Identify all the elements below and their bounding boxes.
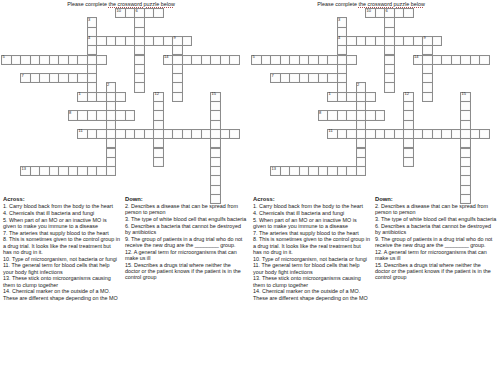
clue-text: 13. These stick onto microorganisms caus… (253, 275, 371, 287)
clue-text: 7. The arteries that supply blood to the… (3, 230, 121, 236)
grid-cell[interactable] (77, 55, 88, 65)
grid-cell[interactable] (77, 73, 88, 83)
clue-text: 8. This is sometimes given to the contro… (253, 236, 371, 255)
crossword-grid: 106349514721121581113 (1, 8, 241, 205)
clue-number: 13 (272, 167, 276, 172)
grid-cell[interactable] (403, 157, 414, 167)
grid-cell[interactable] (356, 166, 367, 176)
grid-cell[interactable] (229, 55, 240, 65)
clue-text: 2. Describes a disease that can be sprea… (375, 203, 497, 215)
clue-text: 9. The group of patients in a drug trial… (375, 236, 497, 248)
across-clue-list: 1. Carry blood back from the body to the… (253, 203, 371, 301)
clue-text: 11. The general term for blood cells tha… (3, 262, 121, 274)
grid-cell[interactable] (394, 129, 405, 139)
clue-number: 6 (386, 9, 388, 14)
clue-number: 8 (69, 111, 71, 116)
across-clues-section: Across: 1. Carry blood back from the bod… (3, 196, 121, 301)
across-clue-list: 1. Carry blood back from the body to the… (3, 203, 121, 301)
clue-number: 5 (253, 55, 255, 60)
clue-number: 7 (22, 74, 24, 79)
grid-cell[interactable] (327, 55, 338, 65)
grid-cell[interactable] (346, 110, 357, 120)
grid-cell[interactable] (115, 92, 126, 102)
title-underlined-text: the crossword puzzle below (359, 1, 425, 7)
grid-cell[interactable] (479, 55, 490, 65)
clue-text: 12. A general term for microorganisms th… (375, 249, 497, 261)
clue-number: 8 (319, 111, 321, 116)
clue-text: 1. Carry blood back from the body to the… (253, 203, 371, 209)
grid-cell[interactable]: 1 (77, 92, 88, 102)
grid-cell[interactable] (229, 129, 240, 139)
grid-cell[interactable] (96, 166, 107, 176)
page-title: Please complete the crossword puzzle bel… (250, 1, 492, 7)
down-clue-list: 2. Describes a disease that can be sprea… (375, 203, 497, 280)
grid-cell[interactable] (327, 73, 338, 83)
crossword-worksheet-1: Please complete the crossword puzzle bel… (0, 0, 250, 375)
clue-number: 15 (462, 92, 466, 97)
grid-cell[interactable] (96, 129, 107, 139)
grid-cell[interactable]: 14 (413, 55, 424, 65)
grid-cell[interactable] (201, 129, 212, 139)
grid-cell[interactable] (451, 129, 462, 139)
grid-cell[interactable] (153, 8, 164, 18)
clue-number: 14 (414, 55, 418, 60)
down-clues-section: Down: 2. Describes a disease that can be… (125, 196, 247, 281)
grid-cell[interactable] (346, 166, 357, 176)
grid-cell[interactable] (403, 8, 414, 18)
grid-cell[interactable] (125, 110, 136, 120)
grid-cell[interactable] (365, 92, 376, 102)
clue-number: 13 (22, 167, 26, 172)
clue-text: 10. Type of microorganism, not bacteria … (3, 256, 121, 262)
clue-text: 2. Describes a disease that can be sprea… (125, 203, 247, 215)
grid-cell[interactable] (182, 36, 193, 46)
grid-cell[interactable] (96, 55, 107, 65)
across-header: Across: (3, 196, 121, 203)
grid-cell[interactable] (153, 157, 164, 167)
grid-cell[interactable] (346, 55, 357, 65)
grid-cell[interactable] (172, 92, 183, 102)
clue-number: 6 (136, 9, 138, 14)
clue-text: 7. The arteries that supply blood to the… (253, 230, 371, 236)
clue-text: 3. The type of white blood cell that eng… (125, 216, 247, 222)
crossword-grid: 106349514721121581113 (251, 8, 491, 205)
clue-number: 3 (338, 18, 340, 23)
clue-number: 14 (164, 55, 168, 60)
clue-number: 4 (88, 36, 90, 41)
grid-cell[interactable] (134, 82, 145, 92)
grid-cell[interactable] (375, 110, 386, 120)
clue-text: 3. The type of white blood cell that eng… (375, 216, 497, 222)
grid-cell[interactable] (375, 36, 386, 46)
clue-text: 11. The general term for blood cells tha… (253, 262, 371, 274)
clue-number: 10 (117, 9, 121, 14)
clue-text: 14. Chemical marker on the outside of a … (3, 288, 121, 300)
across-clues-section: Across: 1. Carry blood back from the bod… (253, 196, 371, 301)
grid-cell[interactable] (144, 129, 155, 139)
grid-cell[interactable] (432, 36, 443, 46)
clue-number: 1 (79, 92, 81, 97)
down-clue-list: 2. Describes a disease that can be sprea… (125, 203, 247, 280)
clue-text: 15. Describes a drugs trial where neithe… (125, 262, 247, 281)
clue-text: 12. A general term for microorganisms th… (125, 249, 247, 261)
clue-number: 15 (212, 92, 216, 97)
clue-number: 4 (338, 36, 340, 41)
clue-number: 1 (329, 92, 331, 97)
grid-cell[interactable]: 1 (327, 92, 338, 102)
clue-number: 12 (155, 92, 159, 97)
clue-number: 3 (88, 18, 90, 23)
clue-text: 14. Chemical marker on the outside of a … (253, 288, 371, 300)
clue-number: 2 (357, 83, 359, 88)
clue-text: 4. Chemicals that ill bacteria and fungi (3, 210, 121, 216)
clue-text: 6. Describes a bacteria that cannot be d… (125, 223, 247, 235)
page-title: Please complete the crossword puzzle bel… (0, 1, 242, 7)
clue-number: 9 (424, 36, 426, 41)
across-header: Across: (253, 196, 371, 203)
grid-cell[interactable] (106, 166, 117, 176)
clue-number: 5 (3, 55, 5, 60)
grid-cell[interactable] (384, 82, 395, 92)
clue-text: 15. Describes a drugs trial where neithe… (375, 262, 497, 281)
title-underlined-text: the crossword puzzle below (109, 1, 175, 7)
down-clues-section: Down: 2. Describes a disease that can be… (375, 196, 497, 281)
grid-cell[interactable] (346, 92, 357, 102)
clue-number: 2 (107, 83, 109, 88)
clue-number: 9 (174, 36, 176, 41)
down-header: Down: (375, 196, 497, 203)
grid-cell[interactable] (422, 92, 433, 102)
grid-cell[interactable] (346, 129, 357, 139)
crossword-worksheet-2: Please complete the crossword puzzle bel… (250, 0, 500, 375)
grid-cell[interactable] (96, 92, 107, 102)
clue-number: 7 (272, 74, 274, 79)
grid-cell[interactable] (479, 129, 490, 139)
grid-cell[interactable]: 14 (163, 55, 174, 65)
clue-text: 6. Describes a bacteria that cannot be d… (375, 223, 497, 235)
clue-number: 10 (367, 9, 371, 14)
clue-number: 12 (405, 92, 409, 97)
down-header: Down: (125, 196, 247, 203)
clue-text: 10. Type of microorganism, not bacteria … (253, 256, 371, 262)
clue-text: 9. The group of patients in a drug trial… (125, 236, 247, 248)
grid-cell[interactable] (125, 36, 136, 46)
clue-text: 1. Carry blood back from the body to the… (3, 203, 121, 209)
clue-text: 4. Chemicals that ill bacteria and fungi (253, 210, 371, 216)
grid-cell[interactable] (96, 110, 107, 120)
clue-text: 5. When part of an MO or an inactive MO … (3, 217, 121, 229)
clue-text: 8. This is sometimes given to the contro… (3, 236, 121, 255)
clue-number: 11 (329, 129, 333, 134)
clue-number: 11 (79, 129, 83, 134)
clue-text: 13. These stick onto microorganisms caus… (3, 275, 121, 287)
clue-text: 5. When part of an MO or an inactive MO … (253, 217, 371, 229)
